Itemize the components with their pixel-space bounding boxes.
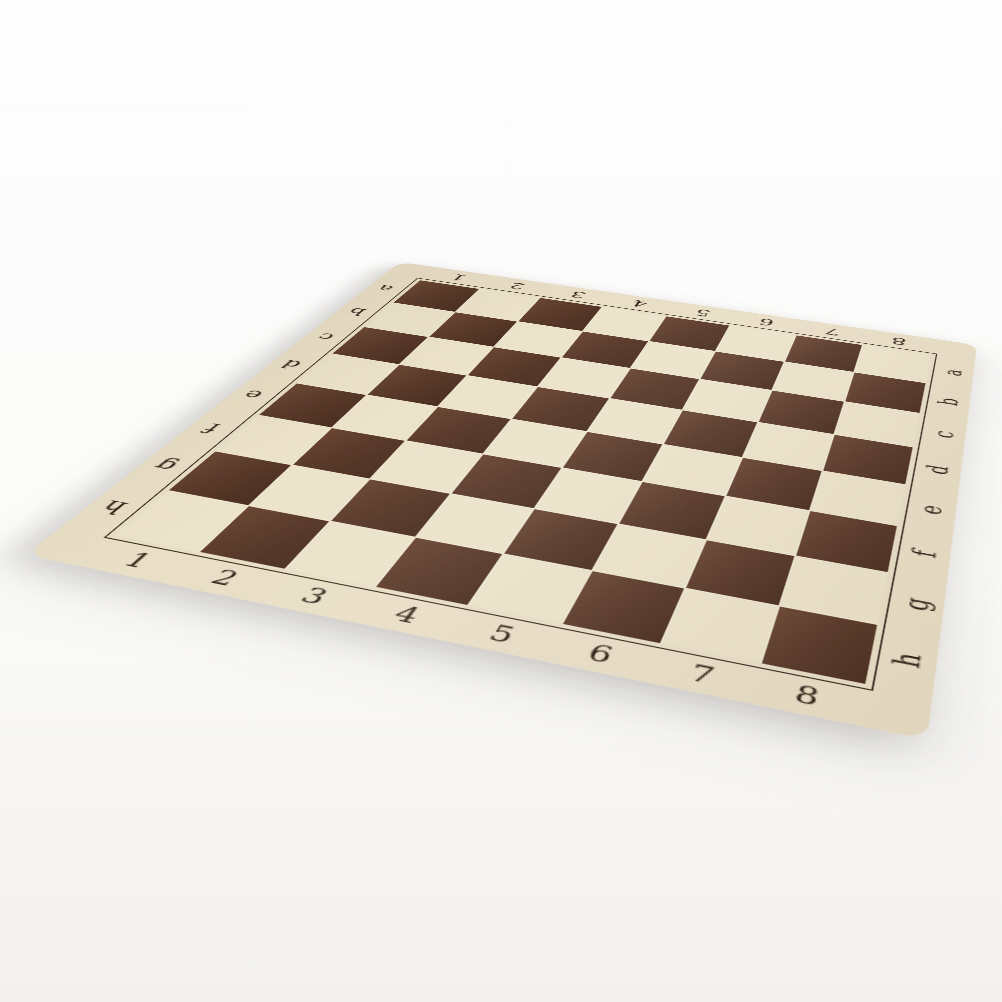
label-glyph-6-bottom: 6	[584, 642, 617, 667]
label-glyph-1-bottom: 1	[118, 550, 157, 571]
photo-background: 12345678 12345678 abcdefgh abcdefgh	[0, 0, 1002, 1002]
label-glyph-e-right: e	[916, 503, 948, 517]
label-glyph-c-right: c	[930, 429, 958, 440]
label-glyph-d-left: d	[278, 358, 305, 370]
label-glyph-5-bottom: 5	[485, 622, 519, 647]
label-glyph-2-bottom: 2	[205, 568, 243, 590]
label-glyph-8-bottom: 8	[792, 683, 821, 710]
label-glyph-d-right: d	[923, 463, 953, 476]
file-label-c-right: c	[919, 414, 967, 455]
label-glyph-3-bottom: 3	[295, 585, 332, 608]
label-glyph-4-top: 4	[630, 298, 650, 308]
label-glyph-h-right: h	[889, 650, 927, 670]
label-glyph-3-top: 3	[568, 290, 588, 300]
label-glyph-1-top: 1	[448, 272, 469, 281]
file-label-e-right: e	[904, 485, 958, 535]
label-glyph-4-bottom: 4	[389, 604, 424, 628]
label-glyph-f-left: f	[200, 421, 225, 435]
label-glyph-g-right: g	[899, 595, 935, 613]
label-glyph-e-left: e	[240, 388, 268, 401]
label-glyph-f-right: f	[908, 548, 941, 560]
label-glyph-a-right: a	[941, 368, 967, 377]
label-glyph-6-top: 6	[758, 317, 777, 327]
label-glyph-g-left: g	[149, 457, 183, 474]
label-glyph-8-top: 8	[890, 335, 907, 346]
file-label-h-right: h	[874, 626, 940, 697]
label-glyph-c-left: c	[314, 331, 338, 342]
label-glyph-7-top: 7	[823, 326, 841, 337]
file-label-f-right: f	[895, 527, 953, 583]
label-glyph-h-left: h	[95, 497, 132, 516]
label-glyph-a-left: a	[375, 283, 397, 293]
file-label-g-right: g	[885, 573, 947, 636]
file-label-b-right: b	[926, 384, 972, 421]
chessboard-grid	[115, 280, 931, 684]
label-glyph-2-top: 2	[507, 281, 528, 290]
label-glyph-b-left: b	[345, 306, 369, 316]
chessboard-mat: 12345678 12345678 abcdefgh abcdefgh	[25, 262, 977, 740]
file-label-a-right: a	[932, 356, 975, 390]
label-glyph-5-top: 5	[693, 307, 712, 317]
label-glyph-7-bottom: 7	[686, 662, 717, 688]
label-glyph-b-right: b	[935, 396, 962, 407]
file-label-d-right: d	[912, 448, 963, 493]
